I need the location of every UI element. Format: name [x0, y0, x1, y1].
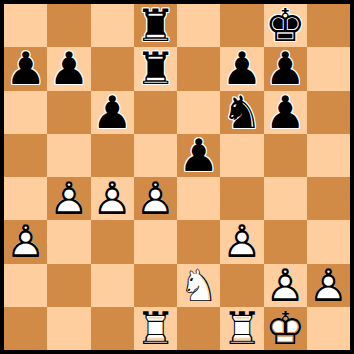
- square-h3[interactable]: [307, 220, 350, 263]
- square-f1[interactable]: ♜♖: [220, 307, 263, 350]
- square-b5[interactable]: [47, 134, 90, 177]
- square-a6[interactable]: [4, 91, 47, 134]
- square-b3[interactable]: [47, 220, 90, 263]
- square-g6[interactable]: ♟: [264, 91, 307, 134]
- square-e4[interactable]: [177, 177, 220, 220]
- chess-board: ♜♚♟♟♜♟♟♟♞♟♟♟♙♟♙♟♙♟♙♟♙♞♘♟♙♟♙♜♖♜♖♚♔: [0, 0, 354, 354]
- square-h5[interactable]: [307, 134, 350, 177]
- square-d5[interactable]: [134, 134, 177, 177]
- white-pawn-icon[interactable]: ♟♙: [135, 177, 175, 220]
- square-a2[interactable]: [4, 264, 47, 307]
- square-c1[interactable]: [91, 307, 134, 350]
- square-d3[interactable]: [134, 220, 177, 263]
- square-b7[interactable]: ♟: [47, 47, 90, 90]
- square-b4[interactable]: ♟♙: [47, 177, 90, 220]
- square-f7[interactable]: ♟: [220, 47, 263, 90]
- piece-outline-layer: ♙: [308, 264, 348, 307]
- black-pawn-icon[interactable]: ♟: [92, 91, 132, 134]
- black-pawn-icon[interactable]: ♟: [222, 47, 262, 90]
- piece-outline-layer: ♖: [135, 307, 175, 350]
- square-e5[interactable]: ♟: [177, 134, 220, 177]
- piece-outline-layer: ♙: [5, 220, 45, 263]
- piece-outline-layer: ♔: [265, 307, 305, 350]
- white-king-icon[interactable]: ♚♔: [265, 307, 305, 350]
- piece-outline-layer: ♙: [49, 177, 89, 220]
- square-g2[interactable]: ♟♙: [264, 264, 307, 307]
- square-e1[interactable]: [177, 307, 220, 350]
- square-c3[interactable]: [91, 220, 134, 263]
- square-c7[interactable]: [91, 47, 134, 90]
- white-pawn-icon[interactable]: ♟♙: [222, 220, 262, 263]
- piece-outline-layer: ♖: [222, 307, 262, 350]
- square-c5[interactable]: [91, 134, 134, 177]
- square-d4[interactable]: ♟♙: [134, 177, 177, 220]
- piece-outline-layer: ♙: [222, 220, 262, 263]
- square-g5[interactable]: [264, 134, 307, 177]
- black-pawn-icon[interactable]: ♟: [5, 47, 45, 90]
- square-c6[interactable]: ♟: [91, 91, 134, 134]
- square-d8[interactable]: ♜: [134, 4, 177, 47]
- square-b8[interactable]: [47, 4, 90, 47]
- square-a7[interactable]: ♟: [4, 47, 47, 90]
- white-knight-icon[interactable]: ♞♘: [178, 264, 218, 307]
- square-f4[interactable]: [220, 177, 263, 220]
- black-rook-icon[interactable]: ♜: [135, 47, 175, 90]
- square-e3[interactable]: [177, 220, 220, 263]
- square-d7[interactable]: ♜: [134, 47, 177, 90]
- square-e8[interactable]: [177, 4, 220, 47]
- square-h8[interactable]: [307, 4, 350, 47]
- chess-diagram: ♜♚♟♟♜♟♟♟♞♟♟♟♙♟♙♟♙♟♙♟♙♞♘♟♙♟♙♜♖♜♖♚♔: [0, 0, 354, 354]
- piece-outline-layer: ♙: [92, 177, 132, 220]
- black-rook-icon[interactable]: ♜: [135, 4, 175, 47]
- black-pawn-icon[interactable]: ♟: [178, 134, 218, 177]
- square-a1[interactable]: [4, 307, 47, 350]
- white-pawn-icon[interactable]: ♟♙: [5, 220, 45, 263]
- square-a5[interactable]: [4, 134, 47, 177]
- square-h6[interactable]: [307, 91, 350, 134]
- square-f2[interactable]: [220, 264, 263, 307]
- square-f5[interactable]: [220, 134, 263, 177]
- square-c8[interactable]: [91, 4, 134, 47]
- square-b6[interactable]: [47, 91, 90, 134]
- black-king-icon[interactable]: ♚: [265, 4, 305, 47]
- white-pawn-icon[interactable]: ♟♙: [49, 177, 89, 220]
- black-pawn-icon[interactable]: ♟: [265, 91, 305, 134]
- white-rook-icon[interactable]: ♜♖: [222, 307, 262, 350]
- square-f8[interactable]: [220, 4, 263, 47]
- square-g3[interactable]: [264, 220, 307, 263]
- square-d6[interactable]: [134, 91, 177, 134]
- square-a4[interactable]: [4, 177, 47, 220]
- square-g8[interactable]: ♚: [264, 4, 307, 47]
- piece-outline-layer: ♙: [135, 177, 175, 220]
- square-e7[interactable]: [177, 47, 220, 90]
- square-g4[interactable]: [264, 177, 307, 220]
- square-g7[interactable]: ♟: [264, 47, 307, 90]
- square-f6[interactable]: ♞: [220, 91, 263, 134]
- square-g1[interactable]: ♚♔: [264, 307, 307, 350]
- square-d2[interactable]: [134, 264, 177, 307]
- black-knight-icon[interactable]: ♞: [222, 91, 262, 134]
- square-d1[interactable]: ♜♖: [134, 307, 177, 350]
- square-h4[interactable]: [307, 177, 350, 220]
- white-pawn-icon[interactable]: ♟♙: [308, 264, 348, 307]
- square-c4[interactable]: ♟♙: [91, 177, 134, 220]
- white-pawn-icon[interactable]: ♟♙: [92, 177, 132, 220]
- piece-outline-layer: ♘: [178, 264, 218, 307]
- piece-outline-layer: ♙: [265, 264, 305, 307]
- square-b2[interactable]: [47, 264, 90, 307]
- square-h1[interactable]: [307, 307, 350, 350]
- square-b1[interactable]: [47, 307, 90, 350]
- black-pawn-icon[interactable]: ♟: [265, 47, 305, 90]
- square-a3[interactable]: ♟♙: [4, 220, 47, 263]
- white-pawn-icon[interactable]: ♟♙: [265, 264, 305, 307]
- square-e2[interactable]: ♞♘: [177, 264, 220, 307]
- white-rook-icon[interactable]: ♜♖: [135, 307, 175, 350]
- black-pawn-icon[interactable]: ♟: [49, 47, 89, 90]
- square-f3[interactable]: ♟♙: [220, 220, 263, 263]
- square-a8[interactable]: [4, 4, 47, 47]
- square-h7[interactable]: [307, 47, 350, 90]
- square-e6[interactable]: [177, 91, 220, 134]
- square-h2[interactable]: ♟♙: [307, 264, 350, 307]
- square-c2[interactable]: [91, 264, 134, 307]
